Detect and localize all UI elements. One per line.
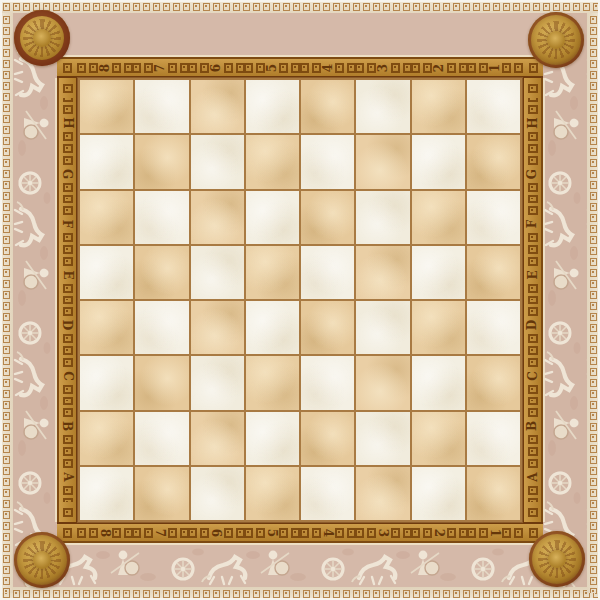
relief-border-left [13, 13, 57, 587]
greek-key-icon [63, 300, 73, 304]
greek-key-icon [533, 590, 540, 598]
square-e1[interactable] [467, 246, 520, 299]
coordinate-label: B [527, 421, 539, 431]
greek-key-icon [513, 3, 520, 11]
greek-key-icon [63, 206, 73, 215]
relief-border-bottom [13, 543, 587, 587]
greek-key-icon [3, 478, 10, 486]
square-e7[interactable] [135, 246, 188, 299]
greek-key-icon [528, 334, 538, 343]
coordinate-cell: 8 [77, 59, 133, 76]
coordinate-cell: F [524, 199, 541, 250]
square-c6[interactable] [191, 356, 244, 409]
coordinate-cell: 3 [356, 59, 412, 76]
greek-key-icon [3, 324, 10, 332]
greek-key-icon [528, 250, 538, 254]
greek-key-icon [3, 313, 10, 321]
greek-key-icon [459, 63, 468, 73]
greek-key-icon [63, 452, 73, 456]
coordinate-label: H [62, 118, 74, 129]
greek-key-icon [528, 132, 538, 141]
greek-key-icon [503, 590, 510, 598]
outer-meander-right [587, 13, 600, 593]
greek-key-icon [3, 181, 10, 189]
greek-key-icon [63, 3, 70, 11]
greek-key-icon [483, 3, 490, 11]
square-b3[interactable] [356, 412, 409, 465]
medallion-top-right [528, 12, 584, 68]
square-g6[interactable] [191, 135, 244, 188]
square-c7[interactable] [135, 356, 188, 409]
greek-key-icon [3, 38, 10, 46]
square-a5[interactable] [246, 467, 299, 520]
greek-key-icon [3, 511, 10, 519]
square-d5[interactable] [246, 301, 299, 354]
greek-key-icon [447, 528, 456, 538]
greek-key-icon [528, 452, 538, 456]
coordinate-cell: 4 [300, 524, 356, 541]
greek-key-icon [133, 528, 142, 538]
greek-key-icon [303, 590, 310, 598]
square-b2[interactable] [412, 412, 465, 465]
greek-key-icon [3, 467, 10, 475]
greek-key-icon [63, 486, 73, 495]
square-f8[interactable] [80, 191, 133, 244]
coordinate-band-bottom: 87654321 [57, 522, 543, 543]
greek-key-icon [3, 192, 10, 200]
square-d4[interactable] [301, 301, 354, 354]
greek-key-icon [347, 63, 356, 73]
greek-key-icon [473, 3, 480, 11]
greek-key-icon [63, 233, 73, 242]
greek-key-icon [173, 590, 180, 598]
relief-border-top [13, 13, 587, 57]
coordinate-cell: 6 [189, 59, 245, 76]
greek-key-icon [73, 3, 80, 11]
greek-key-icon [528, 284, 538, 293]
greek-key-icon [63, 183, 73, 192]
square-h8[interactable] [80, 80, 133, 133]
greek-key-icon [143, 3, 150, 11]
greek-key-icon [213, 590, 220, 598]
square-f3[interactable] [356, 191, 409, 244]
greek-key-icon [423, 528, 432, 538]
greek-key-icon [63, 149, 73, 153]
square-g4[interactable] [301, 135, 354, 188]
greek-key-icon [203, 590, 210, 598]
coordinate-cell: 6 [189, 524, 245, 541]
greek-key-icon [3, 60, 10, 68]
greek-key-icon [563, 3, 570, 11]
greek-key-icon [63, 358, 73, 367]
square-h6[interactable] [191, 80, 244, 133]
greek-key-icon [53, 590, 60, 598]
greek-key-icon [502, 63, 511, 73]
greek-key-icon [133, 3, 140, 11]
greek-key-icon [523, 3, 530, 11]
greek-key-icon [3, 148, 10, 156]
greek-key-icon [493, 3, 500, 11]
greek-key-icon [473, 590, 480, 598]
square-g8[interactable] [80, 135, 133, 188]
greek-key-icon [63, 284, 73, 293]
gold-corner-pad [59, 78, 76, 98]
greek-key-icon [63, 156, 73, 165]
coordinate-cell: 2 [412, 59, 468, 76]
greek-key-icon [133, 590, 140, 598]
square-a7[interactable] [135, 467, 188, 520]
square-g5[interactable] [246, 135, 299, 188]
greek-key-icon [63, 307, 73, 316]
greek-key-icon [590, 379, 597, 387]
square-f1[interactable] [467, 191, 520, 244]
outer-meander-top [0, 0, 600, 13]
square-e8[interactable] [80, 246, 133, 299]
greek-key-icon [23, 3, 30, 11]
greek-key-icon [163, 590, 170, 598]
greek-key-icon [112, 63, 121, 73]
greek-key-icon [283, 590, 290, 598]
greek-key-icon [412, 528, 421, 538]
square-b8[interactable] [80, 412, 133, 465]
greek-key-icon [63, 528, 72, 538]
greek-key-icon [373, 590, 380, 598]
coordinate-label: 6 [210, 63, 222, 71]
greek-key-icon [590, 16, 597, 24]
chess-board [78, 78, 522, 522]
square-g7[interactable] [135, 135, 188, 188]
greek-key-icon [412, 63, 421, 73]
square-d1[interactable] [467, 301, 520, 354]
greek-key-icon [590, 511, 597, 519]
greek-key-icon [3, 269, 10, 277]
coordinate-label: B [62, 421, 74, 431]
greek-key-icon [590, 214, 597, 222]
greek-key-icon [3, 104, 10, 112]
square-g3[interactable] [356, 135, 409, 188]
greek-key-icon [529, 63, 538, 73]
greek-key-icon [153, 590, 160, 598]
greek-key-icon [224, 528, 233, 538]
greek-key-icon [590, 126, 597, 134]
greek-key-icon [183, 3, 190, 11]
greek-key-icon [143, 590, 150, 598]
square-b6[interactable] [191, 412, 244, 465]
greek-key-icon [590, 390, 597, 398]
greek-key-icon [189, 528, 198, 538]
coordinate-band-right: HGFEDCBA [522, 78, 543, 522]
greek-key-icon [163, 3, 170, 11]
greek-key-icon [590, 423, 597, 431]
greek-key-icon [447, 63, 456, 73]
coordinate-label: 8 [99, 528, 111, 536]
greek-key-icon [83, 3, 90, 11]
coordinate-label: 5 [266, 528, 278, 536]
greek-key-icon [63, 401, 73, 405]
square-h5[interactable] [246, 80, 299, 133]
greek-key-icon [63, 334, 73, 343]
greek-key-icon [590, 412, 597, 420]
greek-key-icon [590, 346, 597, 354]
coordinate-band-top: 87654321 [57, 57, 543, 78]
square-b1[interactable] [467, 412, 520, 465]
square-b5[interactable] [246, 412, 299, 465]
greek-key-icon [200, 63, 209, 73]
greek-key-icon [63, 498, 73, 502]
medallion-top-left [14, 10, 70, 66]
greek-key-icon [63, 63, 72, 73]
coordinate-cell: H [59, 98, 76, 149]
greek-key-icon [590, 566, 597, 574]
greek-key-icon [3, 335, 10, 343]
greek-key-icon [590, 456, 597, 464]
greek-key-icon [383, 590, 390, 598]
greek-key-icon [528, 435, 538, 444]
greek-key-icon [63, 199, 73, 203]
coordinate-label: E [62, 270, 74, 279]
greek-key-icon [63, 459, 73, 468]
greek-key-icon [63, 84, 73, 93]
greek-key-icon [356, 63, 365, 73]
greek-key-icon [77, 528, 86, 538]
greek-key-icon [3, 357, 10, 365]
coordinate-label: F [527, 220, 539, 229]
coordinate-label: 2 [433, 63, 445, 71]
greek-key-icon [590, 522, 597, 530]
greek-key-icon [403, 63, 412, 73]
greek-key-icon [403, 3, 410, 11]
greek-key-icon [590, 544, 597, 552]
square-a4[interactable] [301, 467, 354, 520]
greek-key-icon [393, 3, 400, 11]
greek-key-icon [590, 159, 597, 167]
greek-key-icon [590, 71, 597, 79]
greek-key-icon [590, 82, 597, 90]
square-c1[interactable] [467, 356, 520, 409]
greek-key-icon [180, 528, 189, 538]
square-b4[interactable] [301, 412, 354, 465]
square-c8[interactable] [80, 356, 133, 409]
square-g2[interactable] [412, 135, 465, 188]
greek-key-icon [291, 63, 300, 73]
outer-meander-left [0, 13, 13, 593]
square-a1[interactable] [467, 467, 520, 520]
greek-key-icon [183, 590, 190, 598]
square-e2[interactable] [412, 246, 465, 299]
square-c4[interactable] [301, 356, 354, 409]
greek-key-icon [243, 590, 250, 598]
greek-key-icon [3, 379, 10, 387]
square-e3[interactable] [356, 246, 409, 299]
greek-key-icon [353, 3, 360, 11]
square-f2[interactable] [412, 191, 465, 244]
square-d2[interactable] [412, 301, 465, 354]
greek-key-icon [313, 590, 320, 598]
greek-key-icon [256, 63, 265, 73]
greek-key-icon [383, 3, 390, 11]
greek-key-icon [590, 577, 597, 585]
square-h7[interactable] [135, 80, 188, 133]
square-h2[interactable] [412, 80, 465, 133]
greek-key-icon [423, 63, 432, 73]
greek-key-icon [463, 590, 470, 598]
greek-key-icon [590, 236, 597, 244]
greek-key-icon [193, 590, 200, 598]
greek-key-icon [113, 590, 120, 598]
square-h4[interactable] [301, 80, 354, 133]
coordinate-cell: 1 [467, 59, 523, 76]
square-d7[interactable] [135, 301, 188, 354]
square-f5[interactable] [246, 191, 299, 244]
greek-key-icon [590, 357, 597, 365]
square-c5[interactable] [246, 356, 299, 409]
gold-corner-pad [57, 59, 77, 76]
coordinate-cell: 1 [467, 524, 523, 541]
greek-key-icon [590, 478, 597, 486]
greek-key-icon [77, 63, 86, 73]
greek-key-icon [590, 291, 597, 299]
greek-key-icon [112, 528, 121, 538]
greek-key-icon [312, 63, 321, 73]
greek-key-icon [13, 3, 20, 11]
greek-key-icon [3, 225, 10, 233]
greek-key-icon [514, 63, 523, 73]
greek-key-icon [123, 590, 130, 598]
greek-key-icon [3, 588, 10, 593]
square-c3[interactable] [356, 356, 409, 409]
square-e4[interactable] [301, 246, 354, 299]
greek-key-icon [73, 590, 80, 598]
greek-key-icon [590, 368, 597, 376]
greek-key-icon [213, 3, 220, 11]
coordinate-cell: 5 [244, 59, 300, 76]
greek-key-icon [3, 71, 10, 79]
greek-key-icon [244, 63, 253, 73]
coordinate-label: 2 [433, 528, 445, 536]
greek-key-icon [335, 63, 344, 73]
greek-key-icon [347, 528, 356, 538]
greek-key-icon [189, 63, 198, 73]
greek-key-icon [403, 590, 410, 598]
greek-key-icon [3, 423, 10, 431]
greek-key-icon [423, 3, 430, 11]
greek-key-icon [3, 82, 10, 90]
greek-key-icon [590, 445, 597, 453]
coordinate-cell: E [59, 250, 76, 301]
coordinate-label: 6 [210, 528, 222, 536]
square-d8[interactable] [80, 301, 133, 354]
square-g1[interactable] [467, 135, 520, 188]
medallion-bottom-right [529, 531, 585, 587]
greek-key-icon [433, 3, 440, 11]
square-a6[interactable] [191, 467, 244, 520]
greek-key-icon [528, 486, 538, 495]
greek-key-icon [3, 434, 10, 442]
square-d3[interactable] [356, 301, 409, 354]
square-h3[interactable] [356, 80, 409, 133]
greek-key-icon [590, 313, 597, 321]
chessboard-photo: 87654321 87654321 HGFEDCBA HGFEDCBA [0, 0, 600, 600]
greek-key-icon [124, 63, 133, 73]
greek-key-icon [3, 489, 10, 497]
coordinate-cell: C [524, 351, 541, 402]
coordinate-cell: H [524, 98, 541, 149]
greek-key-icon [573, 3, 580, 11]
greek-key-icon [391, 528, 400, 538]
greek-key-icon [553, 590, 560, 598]
square-f4[interactable] [301, 191, 354, 244]
coordinate-cell: F [59, 199, 76, 250]
coordinate-label: 4 [322, 63, 334, 71]
coordinate-cell: 8 [77, 524, 133, 541]
greek-key-icon [3, 126, 10, 134]
greek-key-icon [590, 467, 597, 475]
square-a8[interactable] [80, 467, 133, 520]
square-f6[interactable] [191, 191, 244, 244]
greek-key-icon [236, 528, 245, 538]
greek-key-icon [590, 104, 597, 112]
greek-key-icon [553, 3, 560, 11]
coordinate-cell: 3 [356, 524, 412, 541]
greek-key-icon [3, 214, 10, 222]
square-e6[interactable] [191, 246, 244, 299]
greek-key-icon [256, 528, 265, 538]
greek-key-icon [367, 528, 376, 538]
greek-key-icon [3, 27, 10, 35]
greek-key-icon [103, 590, 110, 598]
greek-key-icon [590, 38, 597, 46]
greek-key-icon [233, 3, 240, 11]
greek-key-icon [590, 181, 597, 189]
square-a3[interactable] [356, 467, 409, 520]
coordinate-band-left: HGFEDCBA [57, 78, 78, 522]
greek-key-icon [590, 269, 597, 277]
greek-key-icon [3, 93, 10, 101]
square-e5[interactable] [246, 246, 299, 299]
gold-corner-pad [524, 502, 541, 522]
greek-key-icon [236, 63, 245, 73]
greek-key-icon [467, 63, 476, 73]
coordinate-cell: D [59, 300, 76, 351]
greek-key-icon [590, 115, 597, 123]
greek-key-icon [590, 137, 597, 145]
greek-key-icon [590, 324, 597, 332]
square-b7[interactable] [135, 412, 188, 465]
greek-key-icon [23, 590, 30, 598]
greek-key-icon [300, 528, 309, 538]
coordinate-cell: 7 [133, 59, 189, 76]
square-f7[interactable] [135, 191, 188, 244]
coordinate-label: A [62, 472, 74, 481]
greek-key-icon [513, 590, 520, 598]
greek-key-icon [343, 3, 350, 11]
greek-key-icon [443, 590, 450, 598]
square-c2[interactable] [412, 356, 465, 409]
greek-key-icon [590, 27, 597, 35]
square-d6[interactable] [191, 301, 244, 354]
greek-key-icon [590, 401, 597, 409]
square-a2[interactable] [412, 467, 465, 520]
greek-key-icon [479, 63, 488, 73]
greek-key-icon [312, 528, 321, 538]
greek-key-icon [391, 63, 400, 73]
greek-key-icon [273, 3, 280, 11]
greek-key-icon [528, 84, 538, 93]
greek-key-icon [590, 49, 597, 57]
square-h1[interactable] [467, 80, 520, 133]
greek-key-icon [479, 528, 488, 538]
coordinate-label: A [527, 472, 539, 481]
